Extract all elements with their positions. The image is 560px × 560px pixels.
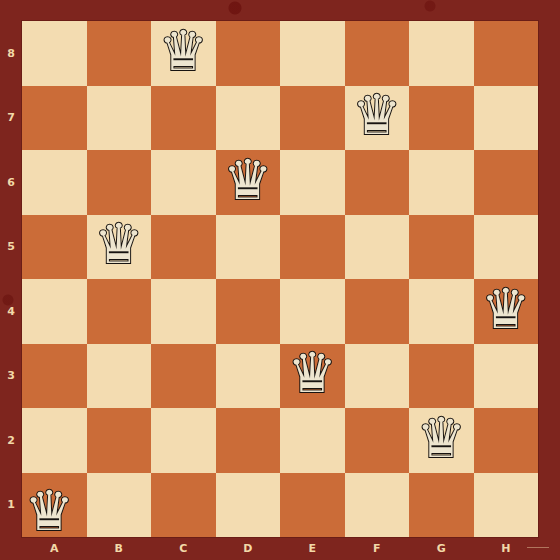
square-e7[interactable] (280, 86, 345, 151)
square-d8[interactable] (216, 21, 281, 86)
rank-label-6: 6 (0, 150, 22, 215)
file-label-f: F (345, 537, 410, 560)
file-label-b: B (87, 537, 152, 560)
file-label-e: E (280, 537, 345, 560)
rank-label-3: 3 (0, 344, 22, 409)
file-label-d: D (216, 537, 281, 560)
square-e6[interactable] (280, 150, 345, 215)
square-g4[interactable] (409, 279, 474, 344)
square-f1[interactable] (345, 473, 410, 538)
white-queen[interactable]: ♛ (25, 484, 74, 539)
square-a8[interactable] (22, 21, 87, 86)
square-c5[interactable] (151, 215, 216, 280)
square-f2[interactable] (345, 408, 410, 473)
white-queen[interactable]: ♛ (223, 153, 272, 208)
chessboard: ♛♛♛♛♛♛♛♛ (22, 21, 538, 537)
rank-label-1: 1 (0, 473, 22, 538)
square-f3[interactable] (345, 344, 410, 409)
square-f4[interactable] (345, 279, 410, 344)
square-a4[interactable] (22, 279, 87, 344)
square-g6[interactable] (409, 150, 474, 215)
square-a2[interactable] (22, 408, 87, 473)
square-d3[interactable] (216, 344, 281, 409)
square-d2[interactable] (216, 408, 281, 473)
square-b2[interactable] (87, 408, 152, 473)
square-c1[interactable] (151, 473, 216, 538)
square-b4[interactable] (87, 279, 152, 344)
square-h2[interactable] (474, 408, 539, 473)
file-label-c: C (151, 537, 216, 560)
rank-label-5: 5 (0, 215, 22, 280)
square-f7[interactable]: ♛ (345, 86, 410, 151)
square-f8[interactable] (345, 21, 410, 86)
square-e2[interactable] (280, 408, 345, 473)
square-e8[interactable] (280, 21, 345, 86)
square-a5[interactable] (22, 215, 87, 280)
square-c6[interactable] (151, 150, 216, 215)
square-h1[interactable] (474, 473, 539, 538)
square-h4[interactable]: ♛ (474, 279, 539, 344)
square-b3[interactable] (87, 344, 152, 409)
white-queen[interactable]: ♛ (94, 217, 143, 272)
square-g8[interactable] (409, 21, 474, 86)
rank-label-7: 7 (0, 86, 22, 151)
square-d1[interactable] (216, 473, 281, 538)
square-g7[interactable] (409, 86, 474, 151)
square-a6[interactable] (22, 150, 87, 215)
square-e4[interactable] (280, 279, 345, 344)
white-queen[interactable]: ♛ (417, 411, 466, 466)
square-c8[interactable]: ♛ (151, 21, 216, 86)
square-d6[interactable]: ♛ (216, 150, 281, 215)
square-b8[interactable] (87, 21, 152, 86)
square-g2[interactable]: ♛ (409, 408, 474, 473)
rank-label-2: 2 (0, 408, 22, 473)
white-queen[interactable]: ♛ (481, 282, 530, 337)
square-b1[interactable] (87, 473, 152, 538)
square-h5[interactable] (474, 215, 539, 280)
white-queen[interactable]: ♛ (352, 88, 401, 143)
square-e5[interactable] (280, 215, 345, 280)
square-c4[interactable] (151, 279, 216, 344)
file-label-h: H (474, 537, 539, 560)
rank-label-4: 4 (0, 279, 22, 344)
square-h6[interactable] (474, 150, 539, 215)
white-queen[interactable]: ♛ (288, 346, 337, 401)
square-c3[interactable] (151, 344, 216, 409)
file-label-g: G (409, 537, 474, 560)
square-e3[interactable]: ♛ (280, 344, 345, 409)
square-h3[interactable] (474, 344, 539, 409)
square-d5[interactable] (216, 215, 281, 280)
white-queen[interactable]: ♛ (159, 24, 208, 79)
square-h7[interactable] (474, 86, 539, 151)
square-d7[interactable] (216, 86, 281, 151)
frame-scratch-mark (527, 547, 549, 548)
square-d4[interactable] (216, 279, 281, 344)
square-g1[interactable] (409, 473, 474, 538)
rank-coordinates: 87654321 (0, 21, 22, 537)
rank-label-8: 8 (0, 21, 22, 86)
square-a7[interactable] (22, 86, 87, 151)
square-f5[interactable] (345, 215, 410, 280)
square-c2[interactable] (151, 408, 216, 473)
square-f6[interactable] (345, 150, 410, 215)
square-g3[interactable] (409, 344, 474, 409)
square-c7[interactable] (151, 86, 216, 151)
square-g5[interactable] (409, 215, 474, 280)
square-h8[interactable] (474, 21, 539, 86)
square-e1[interactable] (280, 473, 345, 538)
square-b5[interactable]: ♛ (87, 215, 152, 280)
square-a1[interactable]: ♛ (22, 473, 87, 538)
chessboard-window: 87654321 ♛♛♛♛♛♛♛♛ ABCDEFGH (0, 0, 560, 560)
file-coordinates: ABCDEFGH (22, 537, 538, 560)
square-b7[interactable] (87, 86, 152, 151)
square-a3[interactable] (22, 344, 87, 409)
square-b6[interactable] (87, 150, 152, 215)
file-label-a: A (22, 537, 87, 560)
